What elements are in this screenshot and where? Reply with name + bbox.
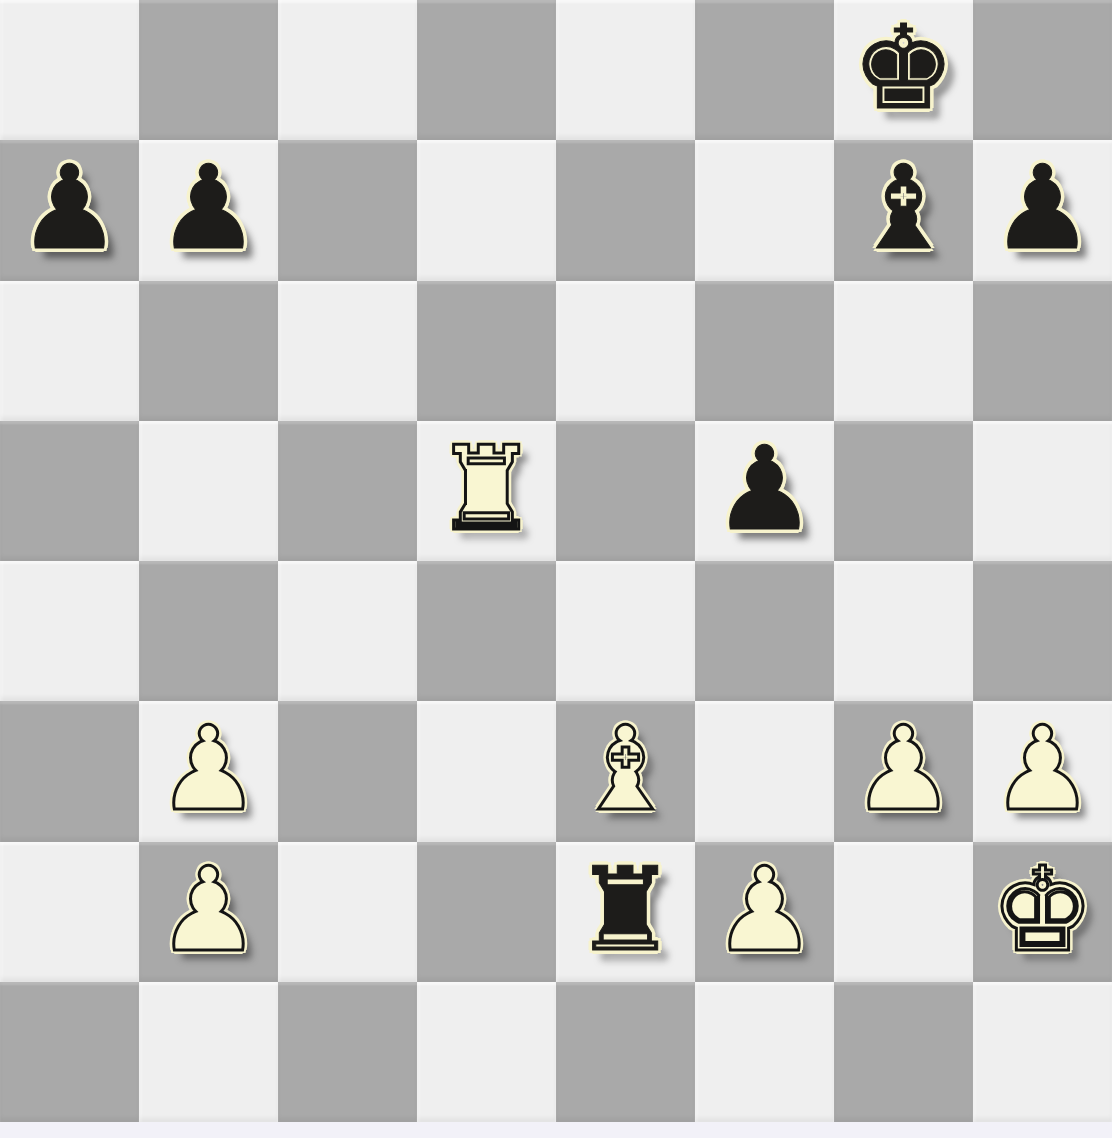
square-f5[interactable]: ♟ bbox=[695, 421, 834, 561]
piece-bR-e2[interactable]: ♜ bbox=[574, 852, 678, 968]
square-a2[interactable] bbox=[0, 842, 139, 982]
piece-bP-b7[interactable]: ♟ bbox=[157, 150, 261, 266]
square-h6[interactable] bbox=[973, 281, 1112, 421]
square-a4[interactable] bbox=[0, 561, 139, 701]
piece-bK-g8[interactable]: ♚ bbox=[852, 10, 956, 126]
square-g8[interactable]: ♚ bbox=[834, 0, 973, 140]
square-c4[interactable] bbox=[278, 561, 417, 701]
square-d3[interactable] bbox=[417, 701, 556, 841]
square-b8[interactable] bbox=[139, 0, 278, 140]
square-h8[interactable] bbox=[973, 0, 1112, 140]
square-b1[interactable] bbox=[139, 982, 278, 1122]
piece-bP-h7[interactable]: ♟ bbox=[991, 150, 1095, 266]
square-g4[interactable] bbox=[834, 561, 973, 701]
square-d1[interactable] bbox=[417, 982, 556, 1122]
square-h4[interactable] bbox=[973, 561, 1112, 701]
square-b7[interactable]: ♟ bbox=[139, 140, 278, 280]
square-c5[interactable] bbox=[278, 421, 417, 561]
square-f2[interactable]: ♟ bbox=[695, 842, 834, 982]
piece-bP-f5[interactable]: ♟ bbox=[713, 431, 817, 547]
square-a1[interactable] bbox=[0, 982, 139, 1122]
square-e2[interactable]: ♜ bbox=[556, 842, 695, 982]
piece-wP-b2[interactable]: ♟ bbox=[157, 852, 261, 968]
square-h5[interactable] bbox=[973, 421, 1112, 561]
page-background-strip bbox=[0, 1122, 1112, 1138]
square-d4[interactable] bbox=[417, 561, 556, 701]
square-h2[interactable]: ♚ bbox=[973, 842, 1112, 982]
square-f3[interactable] bbox=[695, 701, 834, 841]
square-f8[interactable] bbox=[695, 0, 834, 140]
square-f4[interactable] bbox=[695, 561, 834, 701]
square-f6[interactable] bbox=[695, 281, 834, 421]
square-a3[interactable] bbox=[0, 701, 139, 841]
square-c3[interactable] bbox=[278, 701, 417, 841]
piece-bP-a7[interactable]: ♟ bbox=[18, 150, 122, 266]
piece-wP-f2[interactable]: ♟ bbox=[713, 852, 817, 968]
square-h3[interactable]: ♟ bbox=[973, 701, 1112, 841]
square-d7[interactable] bbox=[417, 140, 556, 280]
piece-wK-h2[interactable]: ♚ bbox=[991, 852, 1095, 968]
square-d6[interactable] bbox=[417, 281, 556, 421]
square-c1[interactable] bbox=[278, 982, 417, 1122]
square-c6[interactable] bbox=[278, 281, 417, 421]
piece-wR-d5[interactable]: ♜ bbox=[435, 431, 539, 547]
square-g1[interactable] bbox=[834, 982, 973, 1122]
square-a7[interactable]: ♟ bbox=[0, 140, 139, 280]
square-g3[interactable]: ♟ bbox=[834, 701, 973, 841]
square-b2[interactable]: ♟ bbox=[139, 842, 278, 982]
square-c8[interactable] bbox=[278, 0, 417, 140]
square-e1[interactable] bbox=[556, 982, 695, 1122]
square-h7[interactable]: ♟ bbox=[973, 140, 1112, 280]
square-a8[interactable] bbox=[0, 0, 139, 140]
square-f7[interactable] bbox=[695, 140, 834, 280]
square-e5[interactable] bbox=[556, 421, 695, 561]
piece-bB-g7[interactable]: ♝ bbox=[852, 150, 956, 266]
square-b6[interactable] bbox=[139, 281, 278, 421]
square-g6[interactable] bbox=[834, 281, 973, 421]
piece-wP-h3[interactable]: ♟ bbox=[991, 711, 1095, 827]
square-e8[interactable] bbox=[556, 0, 695, 140]
square-g2[interactable] bbox=[834, 842, 973, 982]
square-c7[interactable] bbox=[278, 140, 417, 280]
square-e3[interactable]: ♝ bbox=[556, 701, 695, 841]
square-a5[interactable] bbox=[0, 421, 139, 561]
piece-wP-g3[interactable]: ♟ bbox=[852, 711, 956, 827]
chess-board: ♚♟♟♝♟♜♟♟♝♟♟♟♜♟♚ bbox=[0, 0, 1112, 1122]
square-d2[interactable] bbox=[417, 842, 556, 982]
square-f1[interactable] bbox=[695, 982, 834, 1122]
square-b4[interactable] bbox=[139, 561, 278, 701]
square-h1[interactable] bbox=[973, 982, 1112, 1122]
square-b5[interactable] bbox=[139, 421, 278, 561]
square-a6[interactable] bbox=[0, 281, 139, 421]
piece-wP-b3[interactable]: ♟ bbox=[157, 711, 261, 827]
square-b3[interactable]: ♟ bbox=[139, 701, 278, 841]
square-e7[interactable] bbox=[556, 140, 695, 280]
piece-wB-e3[interactable]: ♝ bbox=[574, 711, 678, 827]
square-e6[interactable] bbox=[556, 281, 695, 421]
square-g5[interactable] bbox=[834, 421, 973, 561]
square-d8[interactable] bbox=[417, 0, 556, 140]
square-e4[interactable] bbox=[556, 561, 695, 701]
square-g7[interactable]: ♝ bbox=[834, 140, 973, 280]
square-c2[interactable] bbox=[278, 842, 417, 982]
square-d5[interactable]: ♜ bbox=[417, 421, 556, 561]
